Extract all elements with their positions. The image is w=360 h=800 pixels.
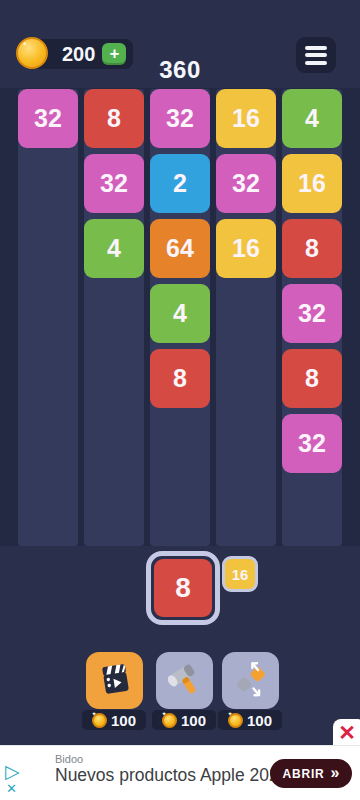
ad-banner[interactable]: ▷ ✕ Bidoo Nuevos productos Apple 2024 AB… (0, 745, 360, 800)
ad-open-button[interactable]: ABRIR » (270, 759, 352, 788)
hammer-cost: 100 (152, 710, 216, 730)
game-screen: 200 + 360 3283243226448163216416832832 8… (0, 0, 360, 800)
block-32: 32 (282, 284, 342, 343)
block-4: 4 (282, 89, 342, 148)
board-region: 3283243226448163216416832832 (0, 88, 360, 546)
board-column-4[interactable]: 163216 (216, 89, 276, 546)
block-32: 32 (282, 414, 342, 473)
block-8: 8 (150, 349, 210, 408)
block-32: 32 (84, 154, 144, 213)
ad-dismiss-icon[interactable]: ✕ (6, 782, 17, 795)
board-column-1[interactable]: 32 (18, 89, 78, 546)
score-value: 360 (0, 56, 360, 84)
block-32: 32 (150, 89, 210, 148)
clapperboard-icon (95, 659, 135, 702)
cost-value: 100 (181, 712, 206, 729)
hammer-icon (165, 659, 205, 702)
block-16: 16 (282, 154, 342, 213)
coin-icon (228, 713, 243, 728)
chevrons-right-icon: » (331, 765, 340, 781)
swap-cost: 100 (218, 710, 282, 730)
cost-value: 100 (247, 712, 272, 729)
swap-icon (231, 659, 271, 702)
menu-bar (305, 46, 327, 50)
block-32: 32 (216, 154, 276, 213)
close-ad-button[interactable]: ✕ (333, 719, 360, 746)
adchoices-icon[interactable]: ▷ (5, 762, 20, 781)
hammer-powerup-button[interactable] (156, 652, 213, 709)
block-16: 16 (216, 219, 276, 278)
ad-booster-cost: 100 (82, 710, 146, 730)
coin-icon (92, 713, 107, 728)
swap-powerup-button[interactable] (222, 652, 279, 709)
block-4: 4 (150, 284, 210, 343)
ad-cta-label: ABRIR (283, 767, 325, 781)
coin-icon (162, 713, 177, 728)
current-block[interactable]: 8 (154, 559, 212, 617)
block-16: 16 (216, 89, 276, 148)
block-8: 8 (282, 349, 342, 408)
ad-booster-button[interactable] (86, 652, 143, 709)
current-piece-frame[interactable]: 8 (146, 551, 220, 625)
block-2: 2 (150, 154, 210, 213)
block-4: 4 (84, 219, 144, 278)
block-8: 8 (282, 219, 342, 278)
block-32: 32 (18, 89, 78, 148)
block-8: 8 (84, 89, 144, 148)
block-64: 64 (150, 219, 210, 278)
ad-advertiser: Bidoo (55, 753, 83, 765)
board-column-2[interactable]: 8324 (84, 89, 144, 546)
board-column-5[interactable]: 416832832 (282, 89, 342, 546)
board-column-3[interactable]: 3226448 (150, 89, 210, 546)
next-block-preview: 16 (222, 556, 258, 592)
cost-value: 100 (111, 712, 136, 729)
ad-headline[interactable]: Nuevos productos Apple 2024 (55, 765, 289, 786)
board-columns: 3283243226448163216416832832 (18, 89, 342, 546)
